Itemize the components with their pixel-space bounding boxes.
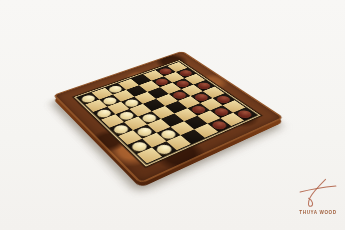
checkers-board xyxy=(53,51,284,184)
product-photo: THUYA WOOD xyxy=(0,0,345,230)
brand-logo: THUYA WOOD xyxy=(293,177,343,215)
logo-text: THUYA WOOD xyxy=(293,210,343,215)
logo-mark xyxy=(299,177,337,209)
